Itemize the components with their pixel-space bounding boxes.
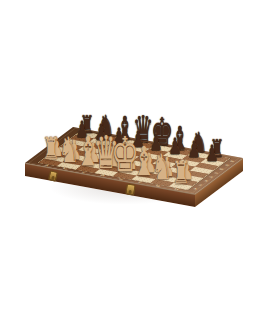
product-photo: abcdefgh 12345678 ♜♞♝♛♚♝♞♜♟♟♟♟♟♟♟♟♟♟♟♟♟♟… — [0, 0, 260, 320]
brass-clasp-center — [125, 183, 136, 195]
